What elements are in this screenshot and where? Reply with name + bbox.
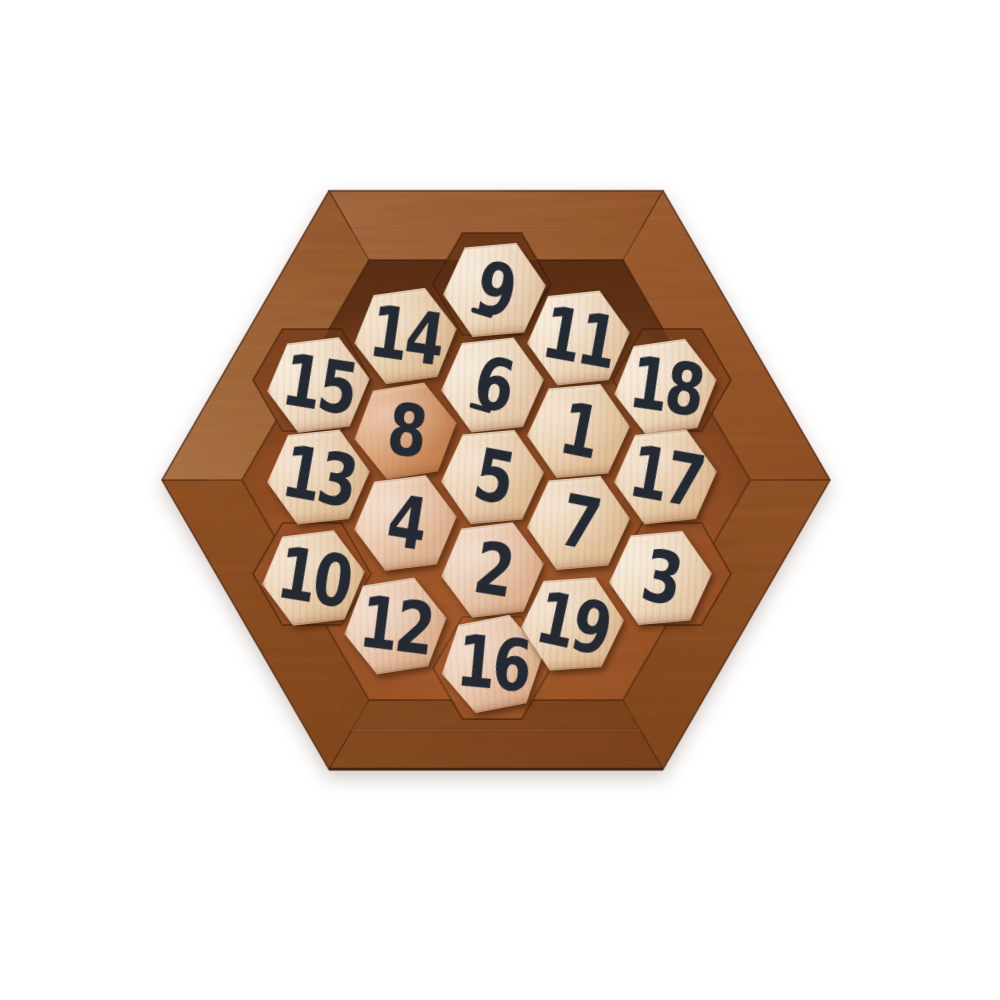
tile-number: 13 [277, 436, 360, 519]
tile-17[interactable]: 17 [610, 427, 722, 527]
tile-number: 8 [383, 393, 427, 468]
tile-face: 12 [337, 573, 453, 678]
tile-number: 3 [636, 539, 685, 616]
tile-3[interactable]: 3 [605, 528, 715, 627]
tile-number: 6 [468, 346, 516, 423]
tile-number: 14 [365, 296, 446, 377]
tile-12[interactable]: 12 [337, 573, 453, 678]
tile-number: 9 [470, 251, 519, 328]
tile-face: 3 [605, 528, 715, 627]
tile-face: 18 [608, 335, 723, 438]
tile-grid: 15131014841296521611171918173 [0, 0, 1000, 1000]
tile-number: 16 [453, 625, 530, 703]
tile-number: 7 [554, 485, 603, 562]
tile-number: 2 [469, 531, 515, 607]
tile-number: 18 [625, 346, 706, 427]
tile-number: 1 [554, 392, 603, 469]
tile-number: 4 [382, 485, 428, 561]
tile-face: 17 [610, 427, 722, 527]
tile-number: 5 [468, 438, 517, 515]
tile-number: 17 [624, 436, 707, 519]
tile-number: 12 [356, 586, 435, 666]
tile-number: 15 [278, 344, 360, 426]
tile-number: 19 [530, 581, 615, 666]
puzzle-photo: 15131014841296521611171918173 [0, 0, 1000, 1000]
tile-18[interactable]: 18 [608, 335, 723, 438]
tile-number: 11 [537, 297, 620, 380]
